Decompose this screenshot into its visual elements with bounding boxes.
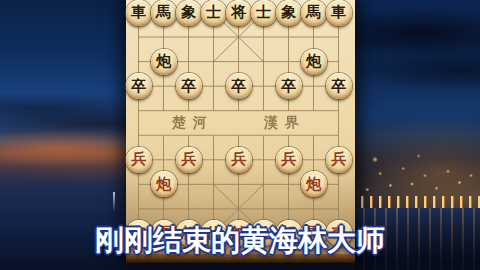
piece-black-advisor[interactable]: 士 [201, 0, 227, 26]
piece-black-soldier[interactable]: 卒 [276, 73, 302, 99]
light-reflection-streak [113, 192, 115, 212]
piece-black-soldier[interactable]: 卒 [126, 73, 152, 99]
piece-black-elephant[interactable]: 象 [276, 0, 302, 26]
piece-black-horse[interactable]: 馬 [301, 0, 327, 26]
piece-red-soldier[interactable]: 兵 [126, 147, 152, 173]
piece-black-cannon[interactable]: 炮 [301, 49, 327, 75]
subtitle-caption: 刚刚结束的黄海林大师 [0, 221, 480, 261]
piece-black-chariot[interactable]: 車 [326, 0, 352, 26]
piece-black-soldier[interactable]: 卒 [326, 73, 352, 99]
piece-black-cannon[interactable]: 炮 [151, 49, 177, 75]
piece-black-general[interactable]: 将 [226, 0, 252, 26]
piece-black-horse[interactable]: 馬 [151, 0, 177, 26]
piece-red-cannon[interactable]: 炮 [301, 171, 327, 197]
piece-black-chariot[interactable]: 車 [126, 0, 152, 26]
video-frame: 楚河 漢界 車馬象士将士象馬車炮炮卒卒卒卒卒兵兵兵兵兵炮炮車馬相仕帥仕相馬車 刚… [0, 0, 480, 270]
piece-red-soldier[interactable]: 兵 [276, 147, 302, 173]
piece-black-soldier[interactable]: 卒 [226, 73, 252, 99]
piece-black-soldier[interactable]: 卒 [176, 73, 202, 99]
piece-red-soldier[interactable]: 兵 [176, 147, 202, 173]
piece-black-advisor[interactable]: 士 [251, 0, 277, 26]
piece-red-soldier[interactable]: 兵 [226, 147, 252, 173]
piece-red-cannon[interactable]: 炮 [151, 171, 177, 197]
hillside-city-lights [352, 135, 480, 205]
piece-red-soldier[interactable]: 兵 [326, 147, 352, 173]
piece-black-elephant[interactable]: 象 [176, 0, 202, 26]
